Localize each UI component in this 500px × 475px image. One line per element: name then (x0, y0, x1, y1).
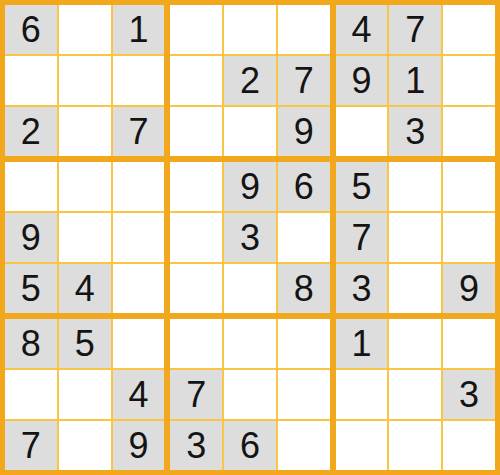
cell-r4c7-given: 5 (336, 162, 388, 211)
cell-r1c1-given: 6 (5, 5, 57, 54)
cell-r1c6-empty[interactable] (278, 5, 330, 54)
cell-r2c7-given: 9 (336, 56, 388, 105)
cell-r5c9-empty[interactable] (443, 213, 495, 262)
cell-r2c3-empty[interactable] (113, 56, 165, 105)
cell-r4c3-empty[interactable] (113, 162, 165, 211)
cell-r2c6-given: 7 (278, 56, 330, 105)
cell-r3c8-given: 3 (389, 107, 441, 156)
cell-r2c1-empty[interactable] (5, 56, 57, 105)
cell-r3c6-given: 9 (278, 107, 330, 156)
cell-r3c1-given: 2 (5, 107, 57, 156)
cell-r7c8-empty[interactable] (389, 319, 441, 368)
cell-r8c5-empty[interactable] (224, 370, 276, 419)
cell-r6c6-given: 8 (278, 264, 330, 313)
cell-r6c4-empty[interactable] (170, 264, 222, 313)
cell-r8c2-empty[interactable] (59, 370, 111, 419)
cell-r6c3-empty[interactable] (113, 264, 165, 313)
cell-r5c5-given: 3 (224, 213, 276, 262)
cell-r9c7-empty[interactable] (336, 421, 388, 470)
cell-r4c8-empty[interactable] (389, 162, 441, 211)
box-1: 6127 (5, 5, 164, 156)
cell-r8c1-empty[interactable] (5, 370, 57, 419)
cell-r8c4-given: 7 (170, 370, 222, 419)
cell-r7c3-empty[interactable] (113, 319, 165, 368)
cell-r5c1-given: 9 (5, 213, 57, 262)
box-4: 954 (5, 162, 164, 313)
cell-r5c6-empty[interactable] (278, 213, 330, 262)
box-8: 736 (170, 319, 329, 470)
cell-r9c4-given: 3 (170, 421, 222, 470)
cell-r9c6-empty[interactable] (278, 421, 330, 470)
box-3: 47913 (336, 5, 495, 156)
cell-r4c4-empty[interactable] (170, 162, 222, 211)
cell-r3c7-empty[interactable] (336, 107, 388, 156)
cell-r3c3-given: 7 (113, 107, 165, 156)
cell-r5c8-empty[interactable] (389, 213, 441, 262)
cell-r9c1-given: 7 (5, 421, 57, 470)
cell-r5c3-empty[interactable] (113, 213, 165, 262)
cell-r1c8-given: 7 (389, 5, 441, 54)
cell-r4c9-empty[interactable] (443, 162, 495, 211)
cell-r8c9-given: 3 (443, 370, 495, 419)
cell-r9c9-empty[interactable] (443, 421, 495, 470)
cell-r4c2-empty[interactable] (59, 162, 111, 211)
cell-r8c3-given: 4 (113, 370, 165, 419)
cell-r8c7-empty[interactable] (336, 370, 388, 419)
cell-r3c5-empty[interactable] (224, 107, 276, 156)
sudoku-board: 612727947913954963857398547973613 (0, 0, 500, 475)
cell-r6c7-given: 3 (336, 264, 388, 313)
cell-r7c6-empty[interactable] (278, 319, 330, 368)
cell-r7c2-given: 5 (59, 319, 111, 368)
box-2: 279 (170, 5, 329, 156)
cell-r7c9-empty[interactable] (443, 319, 495, 368)
cell-r1c9-empty[interactable] (443, 5, 495, 54)
box-6: 5739 (336, 162, 495, 313)
cell-r2c4-empty[interactable] (170, 56, 222, 105)
cell-r1c7-given: 4 (336, 5, 388, 54)
cell-r1c4-empty[interactable] (170, 5, 222, 54)
cell-r4c1-empty[interactable] (5, 162, 57, 211)
cell-r9c2-empty[interactable] (59, 421, 111, 470)
cell-r7c5-empty[interactable] (224, 319, 276, 368)
cell-r6c2-given: 4 (59, 264, 111, 313)
box-5: 9638 (170, 162, 329, 313)
cell-r3c4-empty[interactable] (170, 107, 222, 156)
cell-r5c7-given: 7 (336, 213, 388, 262)
cell-r1c3-given: 1 (113, 5, 165, 54)
cell-r9c8-empty[interactable] (389, 421, 441, 470)
cell-r6c8-empty[interactable] (389, 264, 441, 313)
cell-r6c1-given: 5 (5, 264, 57, 313)
cell-r2c5-given: 2 (224, 56, 276, 105)
cell-r5c4-empty[interactable] (170, 213, 222, 262)
cell-r9c5-given: 6 (224, 421, 276, 470)
cell-r1c2-empty[interactable] (59, 5, 111, 54)
cell-r6c9-given: 9 (443, 264, 495, 313)
cell-r8c8-empty[interactable] (389, 370, 441, 419)
cell-r5c2-empty[interactable] (59, 213, 111, 262)
cell-r2c9-empty[interactable] (443, 56, 495, 105)
cell-r7c4-empty[interactable] (170, 319, 222, 368)
cell-r7c7-given: 1 (336, 319, 388, 368)
cell-r9c3-given: 9 (113, 421, 165, 470)
cell-r2c8-given: 1 (389, 56, 441, 105)
cell-r4c6-given: 6 (278, 162, 330, 211)
cell-r7c1-given: 8 (5, 319, 57, 368)
cell-r4c5-given: 9 (224, 162, 276, 211)
box-7: 85479 (5, 319, 164, 470)
cell-r3c2-empty[interactable] (59, 107, 111, 156)
cell-r3c9-empty[interactable] (443, 107, 495, 156)
cell-r1c5-empty[interactable] (224, 5, 276, 54)
cell-r8c6-empty[interactable] (278, 370, 330, 419)
box-9: 13 (336, 319, 495, 470)
cell-r6c5-empty[interactable] (224, 264, 276, 313)
cell-r2c2-empty[interactable] (59, 56, 111, 105)
